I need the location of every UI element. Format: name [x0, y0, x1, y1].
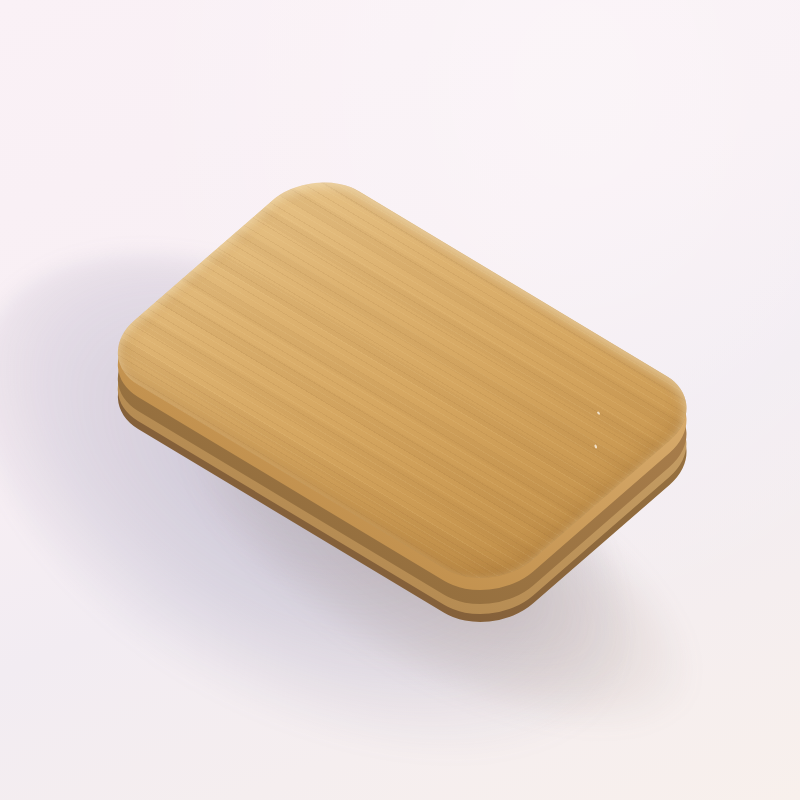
product-photo-scene: [0, 0, 800, 800]
surface-speck: [594, 444, 598, 449]
surface-speck: [596, 411, 600, 415]
